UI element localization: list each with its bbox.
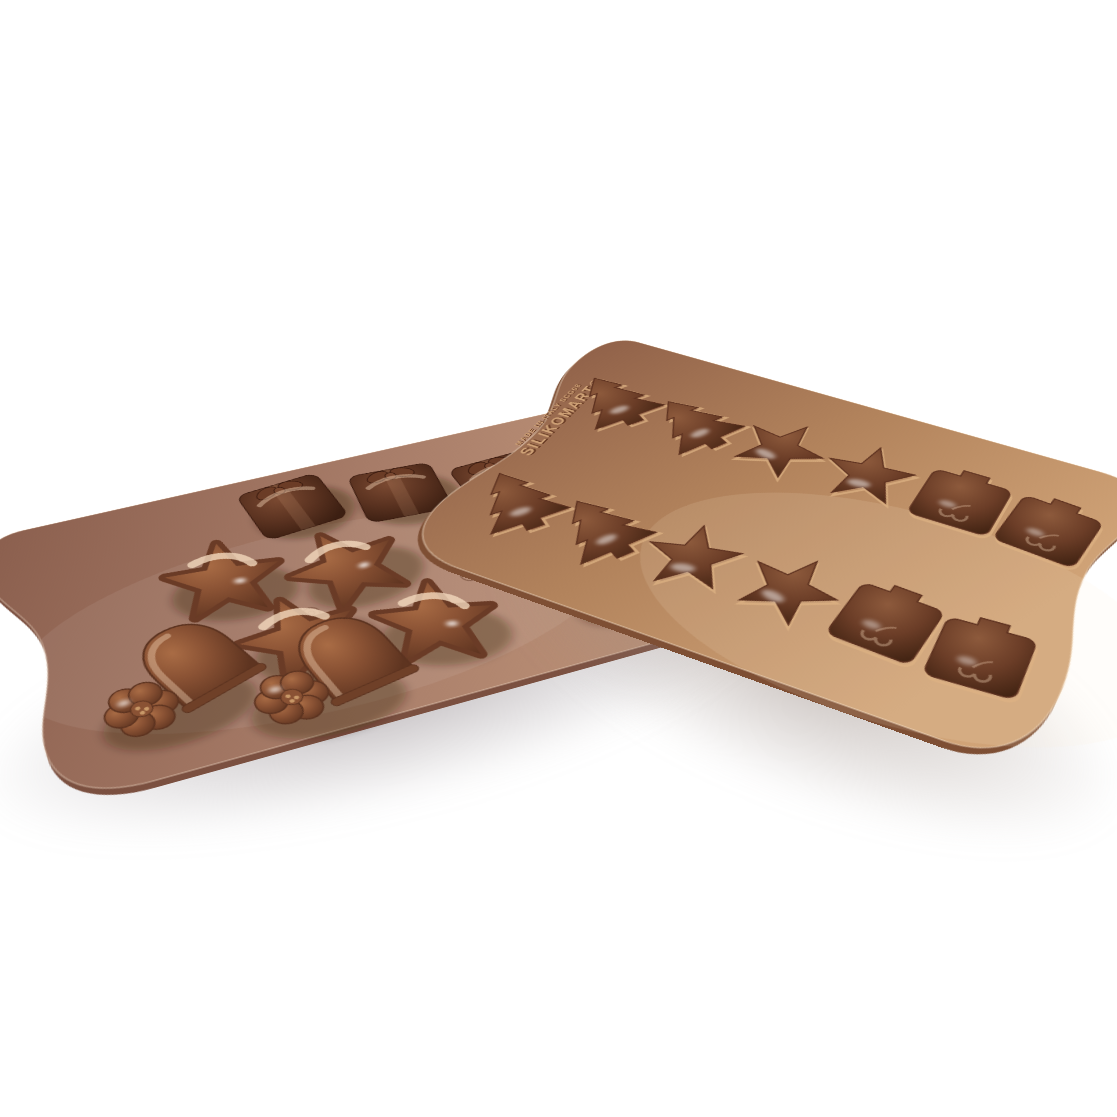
product-photo: SILIKOMART® SILIKOMART® MADE IN ITALY SC… [0, 0, 1117, 1117]
front-mold: SILIKOMART® SILIKOMART® MADE IN ITALY SC… [366, 326, 1117, 780]
